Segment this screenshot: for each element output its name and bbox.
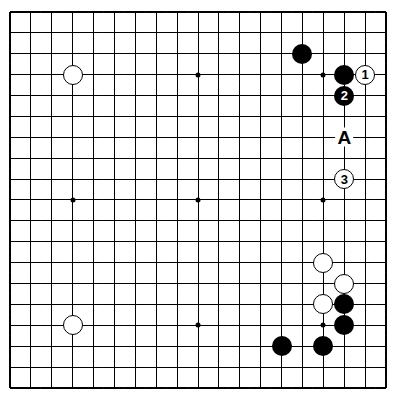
intersection <box>125 294 146 315</box>
intersection <box>104 336 125 357</box>
intersection <box>292 378 313 399</box>
star-point <box>321 72 326 77</box>
intersection <box>167 294 188 315</box>
intersection <box>313 190 334 211</box>
intersection <box>167 231 188 252</box>
intersection <box>376 231 397 252</box>
intersection <box>208 106 229 127</box>
intersection <box>125 106 146 127</box>
intersection <box>62 64 83 85</box>
intersection <box>313 378 334 399</box>
intersection <box>104 2 125 23</box>
intersection <box>292 85 313 106</box>
intersection <box>167 2 188 23</box>
intersection <box>355 252 376 273</box>
intersection <box>208 210 229 231</box>
intersection <box>355 169 376 190</box>
intersection <box>83 294 104 315</box>
intersection <box>355 190 376 211</box>
intersection <box>83 378 104 399</box>
intersection <box>271 85 292 106</box>
intersection <box>20 43 41 64</box>
intersection <box>355 315 376 336</box>
intersection <box>62 190 83 211</box>
intersection <box>20 106 41 127</box>
intersection <box>271 148 292 169</box>
intersection <box>292 148 313 169</box>
intersection <box>83 190 104 211</box>
intersection <box>229 294 250 315</box>
intersection <box>83 43 104 64</box>
intersection <box>62 336 83 357</box>
intersection <box>0 190 20 211</box>
intersection <box>334 148 355 169</box>
black-stone <box>313 336 333 356</box>
black-stone <box>334 65 354 85</box>
intersection <box>125 85 146 106</box>
intersection <box>125 169 146 190</box>
move-2-stone: 2 <box>334 86 354 106</box>
intersection <box>125 210 146 231</box>
intersection <box>229 357 250 378</box>
intersection <box>208 294 229 315</box>
intersection <box>83 273 104 294</box>
intersection <box>208 190 229 211</box>
intersection <box>41 64 62 85</box>
intersection <box>376 210 397 231</box>
intersection <box>229 336 250 357</box>
intersection <box>104 85 125 106</box>
intersection <box>271 2 292 23</box>
intersection <box>292 273 313 294</box>
intersection <box>125 64 146 85</box>
intersection <box>0 378 20 399</box>
intersection <box>83 357 104 378</box>
intersection <box>292 315 313 336</box>
intersection <box>20 294 41 315</box>
intersection <box>292 252 313 273</box>
intersection <box>0 2 20 23</box>
intersection <box>313 169 334 190</box>
intersection <box>188 357 209 378</box>
intersection <box>313 106 334 127</box>
intersection <box>250 210 271 231</box>
intersection <box>0 273 20 294</box>
intersection <box>355 22 376 43</box>
intersection <box>271 210 292 231</box>
intersection <box>167 252 188 273</box>
black-stone <box>272 336 292 356</box>
intersection <box>188 336 209 357</box>
intersection <box>125 336 146 357</box>
intersection <box>104 22 125 43</box>
intersection <box>355 210 376 231</box>
intersection <box>271 252 292 273</box>
intersection <box>313 315 334 336</box>
intersection <box>376 148 397 169</box>
intersection <box>250 43 271 64</box>
intersection <box>250 22 271 43</box>
intersection <box>83 336 104 357</box>
intersection <box>0 43 20 64</box>
white-stone <box>313 294 333 314</box>
intersection <box>146 210 167 231</box>
intersection <box>20 357 41 378</box>
intersection <box>41 106 62 127</box>
intersection <box>62 43 83 64</box>
intersection <box>104 231 125 252</box>
intersection <box>313 43 334 64</box>
intersection <box>250 315 271 336</box>
intersection <box>83 231 104 252</box>
intersection <box>313 252 334 273</box>
star-point <box>196 72 201 77</box>
intersection <box>271 336 292 357</box>
intersection <box>0 127 20 148</box>
intersection <box>41 231 62 252</box>
intersection <box>334 190 355 211</box>
intersection <box>355 231 376 252</box>
intersection <box>376 378 397 399</box>
intersection <box>229 148 250 169</box>
intersection <box>188 85 209 106</box>
go-diagram: 12A3 <box>0 0 400 400</box>
intersection <box>208 64 229 85</box>
intersection <box>313 336 334 357</box>
intersection <box>334 64 355 85</box>
intersection <box>146 43 167 64</box>
intersection <box>313 210 334 231</box>
intersection <box>313 357 334 378</box>
intersection <box>376 357 397 378</box>
intersection <box>271 294 292 315</box>
intersection <box>271 231 292 252</box>
intersection <box>292 231 313 252</box>
intersection <box>229 231 250 252</box>
intersection <box>146 315 167 336</box>
white-stone <box>63 65 83 85</box>
intersection <box>313 127 334 148</box>
intersection <box>188 106 209 127</box>
intersection <box>271 43 292 64</box>
intersection <box>62 357 83 378</box>
intersection <box>188 231 209 252</box>
intersection <box>271 190 292 211</box>
intersection <box>229 169 250 190</box>
intersection <box>292 22 313 43</box>
intersection <box>188 64 209 85</box>
intersection <box>125 252 146 273</box>
intersection <box>355 273 376 294</box>
intersection <box>271 315 292 336</box>
intersection <box>355 148 376 169</box>
intersection <box>41 127 62 148</box>
intersection <box>41 315 62 336</box>
intersection <box>146 378 167 399</box>
intersection <box>229 2 250 23</box>
intersection <box>104 43 125 64</box>
intersection <box>0 231 20 252</box>
intersection <box>83 252 104 273</box>
intersection <box>20 210 41 231</box>
intersection <box>334 336 355 357</box>
intersection <box>125 378 146 399</box>
intersection <box>208 273 229 294</box>
intersection <box>41 169 62 190</box>
intersection <box>104 273 125 294</box>
intersection <box>188 148 209 169</box>
star-point <box>321 197 326 202</box>
intersection <box>355 2 376 23</box>
intersection <box>334 43 355 64</box>
intersection <box>188 273 209 294</box>
intersection <box>20 190 41 211</box>
intersection <box>41 357 62 378</box>
intersection <box>355 106 376 127</box>
intersection <box>229 378 250 399</box>
star-point <box>70 197 75 202</box>
intersection <box>208 357 229 378</box>
intersection <box>20 315 41 336</box>
intersection <box>41 43 62 64</box>
intersection <box>41 85 62 106</box>
star-point <box>196 323 201 328</box>
intersection <box>208 43 229 64</box>
intersection <box>229 22 250 43</box>
intersection <box>334 273 355 294</box>
intersection <box>167 148 188 169</box>
intersection <box>0 210 20 231</box>
intersection <box>292 169 313 190</box>
intersection <box>208 315 229 336</box>
intersection <box>62 106 83 127</box>
intersection <box>146 252 167 273</box>
intersection <box>167 169 188 190</box>
intersection <box>376 127 397 148</box>
intersection <box>20 148 41 169</box>
intersection <box>104 357 125 378</box>
intersection <box>188 210 209 231</box>
intersection <box>229 210 250 231</box>
intersection: A <box>334 127 355 148</box>
black-stone <box>334 294 354 314</box>
intersection <box>20 273 41 294</box>
intersection <box>167 22 188 43</box>
point-label-A: A <box>335 128 353 147</box>
intersection <box>0 315 20 336</box>
intersection <box>376 85 397 106</box>
intersection <box>146 190 167 211</box>
intersection <box>146 148 167 169</box>
intersection <box>334 2 355 23</box>
intersection <box>208 252 229 273</box>
intersection <box>376 106 397 127</box>
intersection <box>250 64 271 85</box>
intersection <box>271 169 292 190</box>
intersection <box>62 231 83 252</box>
intersection <box>292 294 313 315</box>
intersection <box>355 43 376 64</box>
intersection <box>104 148 125 169</box>
intersection <box>104 252 125 273</box>
intersection <box>271 64 292 85</box>
intersection <box>41 378 62 399</box>
intersection <box>292 43 313 64</box>
star-point <box>321 323 326 328</box>
intersection <box>125 148 146 169</box>
intersection <box>104 315 125 336</box>
intersection <box>355 357 376 378</box>
intersection <box>334 357 355 378</box>
intersection <box>355 378 376 399</box>
intersection <box>292 336 313 357</box>
intersection <box>250 148 271 169</box>
intersection <box>0 85 20 106</box>
intersection <box>376 169 397 190</box>
intersection <box>62 252 83 273</box>
intersection <box>62 2 83 23</box>
intersection <box>0 294 20 315</box>
intersection <box>376 273 397 294</box>
intersection <box>104 127 125 148</box>
intersection <box>355 127 376 148</box>
intersection <box>292 190 313 211</box>
intersection <box>250 273 271 294</box>
intersection <box>20 64 41 85</box>
intersection <box>229 43 250 64</box>
intersection <box>20 169 41 190</box>
intersection <box>62 273 83 294</box>
intersection <box>125 22 146 43</box>
intersection <box>41 336 62 357</box>
intersection <box>104 294 125 315</box>
intersection <box>167 273 188 294</box>
intersection <box>292 106 313 127</box>
intersection <box>188 378 209 399</box>
intersection <box>313 85 334 106</box>
intersection <box>125 273 146 294</box>
intersection <box>20 336 41 357</box>
intersection <box>292 2 313 23</box>
intersection <box>188 2 209 23</box>
intersection <box>292 127 313 148</box>
intersection <box>41 252 62 273</box>
intersection <box>271 378 292 399</box>
intersection <box>146 2 167 23</box>
intersection <box>41 190 62 211</box>
intersection <box>125 190 146 211</box>
intersection <box>188 43 209 64</box>
intersection <box>208 336 229 357</box>
intersection <box>20 378 41 399</box>
intersection <box>146 85 167 106</box>
intersection: 2 <box>334 85 355 106</box>
intersection <box>125 43 146 64</box>
intersection <box>334 22 355 43</box>
intersection <box>83 210 104 231</box>
intersection <box>334 210 355 231</box>
intersection <box>250 169 271 190</box>
intersection <box>208 169 229 190</box>
intersection <box>62 169 83 190</box>
intersection <box>271 273 292 294</box>
intersection <box>250 190 271 211</box>
intersection <box>0 148 20 169</box>
intersection <box>41 294 62 315</box>
intersection <box>271 106 292 127</box>
intersection <box>208 148 229 169</box>
intersection <box>250 336 271 357</box>
intersection <box>62 127 83 148</box>
intersection <box>83 85 104 106</box>
intersection <box>292 210 313 231</box>
intersection <box>229 127 250 148</box>
intersection <box>313 148 334 169</box>
intersection <box>229 273 250 294</box>
intersection: 3 <box>334 169 355 190</box>
intersection <box>271 22 292 43</box>
intersection <box>292 357 313 378</box>
intersection <box>104 64 125 85</box>
intersection <box>334 294 355 315</box>
intersection <box>250 127 271 148</box>
intersection <box>104 210 125 231</box>
intersection <box>229 315 250 336</box>
intersection <box>376 22 397 43</box>
intersection <box>83 315 104 336</box>
intersection <box>250 294 271 315</box>
intersection <box>229 252 250 273</box>
intersection <box>41 210 62 231</box>
intersection <box>250 357 271 378</box>
intersection <box>334 231 355 252</box>
intersection <box>0 169 20 190</box>
intersection <box>271 357 292 378</box>
move-1-stone: 1 <box>355 65 375 85</box>
intersection <box>271 127 292 148</box>
intersection <box>167 315 188 336</box>
intersection <box>376 252 397 273</box>
intersection <box>146 22 167 43</box>
intersection <box>146 357 167 378</box>
intersection <box>20 252 41 273</box>
intersection <box>125 127 146 148</box>
intersection <box>104 378 125 399</box>
intersection <box>83 64 104 85</box>
intersection: 1 <box>355 64 376 85</box>
intersection <box>313 273 334 294</box>
intersection <box>104 190 125 211</box>
white-stone <box>313 253 333 273</box>
intersection <box>0 22 20 43</box>
intersection <box>146 169 167 190</box>
intersection <box>355 294 376 315</box>
intersection <box>250 106 271 127</box>
intersection <box>188 315 209 336</box>
intersection <box>250 2 271 23</box>
intersection <box>62 378 83 399</box>
intersection <box>167 43 188 64</box>
intersection <box>229 190 250 211</box>
intersection <box>376 336 397 357</box>
intersection <box>334 315 355 336</box>
intersection <box>208 378 229 399</box>
intersection <box>62 294 83 315</box>
intersection <box>334 252 355 273</box>
intersection <box>355 85 376 106</box>
intersection <box>208 127 229 148</box>
intersection <box>0 64 20 85</box>
